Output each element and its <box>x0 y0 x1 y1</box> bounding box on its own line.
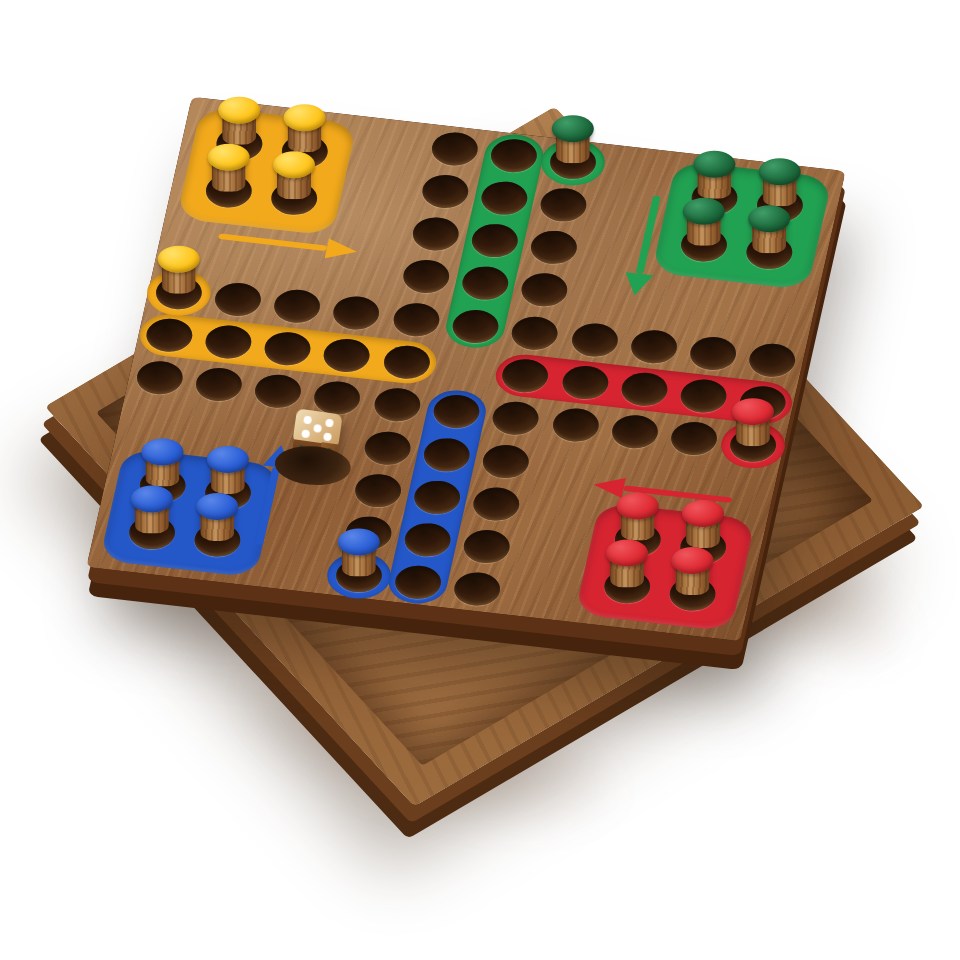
hole-r7c7[interactable] <box>490 400 543 438</box>
home-base-red <box>575 502 756 632</box>
peg-cap-yellow <box>157 245 199 272</box>
die-pip <box>314 424 323 433</box>
hole-r11c7[interactable] <box>451 571 504 609</box>
hole-r5c8[interactable] <box>568 321 621 359</box>
hole-r4c7[interactable] <box>518 271 571 309</box>
peg-graphic <box>207 446 249 498</box>
peg-cap-blue <box>337 529 379 556</box>
hole-r7c9[interactable] <box>608 413 661 451</box>
hole-r5c7[interactable] <box>509 314 562 352</box>
hole-r7c1[interactable] <box>133 359 186 397</box>
peg-graphic <box>693 151 735 203</box>
hole-r5c4[interactable] <box>330 294 383 332</box>
peg-cap-yellow <box>208 144 250 171</box>
hole-r4c5[interactable] <box>399 258 452 296</box>
hole-r7c2[interactable] <box>192 366 245 404</box>
hole-r5c11[interactable] <box>746 341 799 379</box>
peg-graphic <box>283 104 325 156</box>
peg-cap-red <box>606 540 648 567</box>
peg-cap-green <box>683 198 725 225</box>
peg-cap-green <box>759 158 801 185</box>
die-pip <box>304 415 313 424</box>
arrow-shaft <box>255 466 280 545</box>
hole-r1c5[interactable] <box>428 130 481 168</box>
peg-graphic <box>682 500 724 552</box>
hole-r5c3[interactable] <box>271 287 324 325</box>
game-board <box>86 97 845 641</box>
peg-cap-green <box>748 205 790 232</box>
hole-r2c5[interactable] <box>419 172 472 210</box>
arrow-head-icon <box>325 238 360 261</box>
hole-r9c5[interactable] <box>351 472 404 510</box>
peg-graphic <box>337 529 379 581</box>
peg-graphic <box>208 144 250 196</box>
peg-cap-yellow <box>273 151 315 178</box>
hole-r7c5[interactable] <box>371 386 424 424</box>
hole-r5c10[interactable] <box>687 334 740 372</box>
hole-r7c3[interactable] <box>252 373 305 411</box>
peg-cap-blue <box>141 439 183 466</box>
peg-cap-blue <box>196 493 238 520</box>
peg-graphic <box>273 151 315 203</box>
peg-cap-blue <box>207 446 249 473</box>
peg-graphic <box>683 198 725 250</box>
arrow-head-icon <box>621 272 654 297</box>
peg-graphic <box>617 493 659 545</box>
hole-r8c7[interactable] <box>480 442 533 480</box>
home-base-yellow <box>176 106 357 236</box>
hole-r7c8[interactable] <box>549 406 602 444</box>
die-pip <box>302 429 311 438</box>
hole-r5c9[interactable] <box>628 328 681 366</box>
peg-graphic <box>606 540 648 592</box>
hole-r7c10[interactable] <box>668 420 721 458</box>
hole-r5c2[interactable] <box>212 280 265 318</box>
peg-graphic <box>218 97 260 149</box>
peg-graphic <box>196 493 238 545</box>
peg-cap-green <box>693 151 735 178</box>
peg-graphic <box>157 245 199 297</box>
hole-r3c5[interactable] <box>409 215 462 253</box>
hole-r3c7[interactable] <box>528 229 581 267</box>
peg-graphic <box>131 486 173 538</box>
peg-graphic <box>732 398 774 450</box>
peg-cap-red <box>682 500 724 527</box>
scene: { "game": "ludo", "scene_description": "… <box>0 0 960 960</box>
hole-r2c7[interactable] <box>538 186 591 224</box>
peg-graphic <box>671 547 713 599</box>
peg-cap-red <box>617 493 659 520</box>
peg-cap-red <box>671 547 713 574</box>
peg-cap-blue <box>131 486 173 513</box>
peg-graphic <box>552 115 594 167</box>
peg-cap-yellow <box>218 97 260 124</box>
hole-r9c7[interactable] <box>470 485 523 523</box>
home-base-green <box>652 160 833 290</box>
die-pip <box>323 432 332 441</box>
hole-r8c5[interactable] <box>361 429 414 467</box>
die-pip <box>325 418 334 427</box>
hole-r10c7[interactable] <box>461 528 514 566</box>
arrow-shaft <box>219 233 328 251</box>
peg-cap-green <box>552 115 594 142</box>
peg-cap-yellow <box>283 104 325 131</box>
peg-graphic <box>748 205 790 257</box>
peg-graphic <box>141 439 183 491</box>
hole-r5c5[interactable] <box>390 301 443 339</box>
peg-graphic <box>759 158 801 210</box>
